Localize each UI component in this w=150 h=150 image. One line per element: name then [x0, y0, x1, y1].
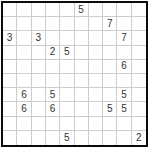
- cell-r10c5-clue: 5: [60, 131, 74, 145]
- cell-r9c8[interactable]: [103, 117, 117, 131]
- cell-r10c2[interactable]: [17, 131, 31, 145]
- cell-r10c9[interactable]: [117, 131, 131, 145]
- cell-r7c8[interactable]: [103, 88, 117, 102]
- puzzle-board: 57337256655665552: [1, 1, 148, 147]
- cell-r5c2[interactable]: [17, 60, 31, 74]
- cell-r4c1[interactable]: [3, 46, 17, 60]
- cell-r4c2[interactable]: [17, 46, 31, 60]
- cell-r4c3[interactable]: [32, 46, 46, 60]
- cell-r10c8[interactable]: [103, 131, 117, 145]
- cell-r2c1[interactable]: [3, 17, 17, 31]
- cell-r3c9-clue: 7: [117, 31, 131, 45]
- cell-r2c7[interactable]: [89, 17, 103, 31]
- cell-r7c5[interactable]: [60, 88, 74, 102]
- cell-r8c4-clue: 6: [46, 102, 60, 116]
- cell-r6c8[interactable]: [103, 74, 117, 88]
- cell-r6c3[interactable]: [32, 74, 46, 88]
- cell-r7c1[interactable]: [3, 88, 17, 102]
- cell-r5c10[interactable]: [132, 60, 146, 74]
- cell-r9c2[interactable]: [17, 117, 31, 131]
- cell-r1c10[interactable]: [132, 3, 146, 17]
- cell-r5c1[interactable]: [3, 60, 17, 74]
- cell-r2c5[interactable]: [60, 17, 74, 31]
- cell-r10c4[interactable]: [46, 131, 60, 145]
- cell-r8c3[interactable]: [32, 102, 46, 116]
- cell-r9c6[interactable]: [75, 117, 89, 131]
- cell-r3c3-clue: 3: [32, 31, 46, 45]
- cell-r9c4[interactable]: [46, 117, 60, 131]
- cell-r4c9[interactable]: [117, 46, 131, 60]
- cell-r4c5-clue: 5: [60, 46, 74, 60]
- cell-r3c8[interactable]: [103, 31, 117, 45]
- cell-r7c9-clue: 5: [117, 88, 131, 102]
- cell-r2c3[interactable]: [32, 17, 46, 31]
- cell-r6c2[interactable]: [17, 74, 31, 88]
- cell-r4c7[interactable]: [89, 46, 103, 60]
- cell-r7c4-clue: 5: [46, 88, 60, 102]
- cell-r6c6[interactable]: [75, 74, 89, 88]
- cell-r5c7[interactable]: [89, 60, 103, 74]
- cell-r3c10[interactable]: [132, 31, 146, 45]
- cell-r1c4[interactable]: [46, 3, 60, 17]
- cell-r5c4[interactable]: [46, 60, 60, 74]
- cell-r1c7[interactable]: [89, 3, 103, 17]
- cell-r6c4[interactable]: [46, 74, 60, 88]
- cell-r8c2-clue: 6: [17, 102, 31, 116]
- cell-r1c1[interactable]: [3, 3, 17, 17]
- page: 57337256655665552: [0, 0, 150, 150]
- cell-r1c2[interactable]: [17, 3, 31, 17]
- cell-r9c9[interactable]: [117, 117, 131, 131]
- cell-r7c3[interactable]: [32, 88, 46, 102]
- cell-r7c6[interactable]: [75, 88, 89, 102]
- cell-r3c1-clue: 3: [3, 31, 17, 45]
- cell-r1c9[interactable]: [117, 3, 131, 17]
- cell-r8c1[interactable]: [3, 102, 17, 116]
- cell-r8c8-clue: 5: [103, 102, 117, 116]
- cell-r5c8[interactable]: [103, 60, 117, 74]
- cell-r9c1[interactable]: [3, 117, 17, 131]
- cell-r3c5[interactable]: [60, 31, 74, 45]
- cell-r2c9[interactable]: [117, 17, 131, 31]
- cell-r8c6[interactable]: [75, 102, 89, 116]
- cell-r5c3[interactable]: [32, 60, 46, 74]
- cell-r10c3[interactable]: [32, 131, 46, 145]
- cell-r3c7[interactable]: [89, 31, 103, 45]
- cell-r10c10-clue: 2: [132, 131, 146, 145]
- cell-r9c5[interactable]: [60, 117, 74, 131]
- cell-r3c4[interactable]: [46, 31, 60, 45]
- cell-r6c9[interactable]: [117, 74, 131, 88]
- cell-r4c10[interactable]: [132, 46, 146, 60]
- cell-r7c7[interactable]: [89, 88, 103, 102]
- cell-r5c9-clue: 6: [117, 60, 131, 74]
- cell-r9c3[interactable]: [32, 117, 46, 131]
- cell-r4c8[interactable]: [103, 46, 117, 60]
- cell-r8c5[interactable]: [60, 102, 74, 116]
- cell-r4c4-clue: 2: [46, 46, 60, 60]
- cell-r1c3[interactable]: [32, 3, 46, 17]
- cell-r1c8[interactable]: [103, 3, 117, 17]
- cell-r8c10[interactable]: [132, 102, 146, 116]
- cell-r2c8-clue: 7: [103, 17, 117, 31]
- cell-r3c6[interactable]: [75, 31, 89, 45]
- cell-r7c2-clue: 6: [17, 88, 31, 102]
- cell-r1c6-clue: 5: [75, 3, 89, 17]
- cell-r5c5[interactable]: [60, 60, 74, 74]
- cell-r10c6[interactable]: [75, 131, 89, 145]
- cell-r3c2[interactable]: [17, 31, 31, 45]
- cell-r2c6[interactable]: [75, 17, 89, 31]
- cell-r6c5[interactable]: [60, 74, 74, 88]
- cell-r8c7[interactable]: [89, 102, 103, 116]
- cell-r1c5[interactable]: [60, 3, 74, 17]
- cell-r6c1[interactable]: [3, 74, 17, 88]
- cell-r10c7[interactable]: [89, 131, 103, 145]
- cell-r2c2[interactable]: [17, 17, 31, 31]
- cell-r9c10[interactable]: [132, 117, 146, 131]
- cell-r6c10[interactable]: [132, 74, 146, 88]
- cell-r7c10[interactable]: [132, 88, 146, 102]
- cell-r2c4[interactable]: [46, 17, 60, 31]
- cell-r9c7[interactable]: [89, 117, 103, 131]
- cell-r5c6[interactable]: [75, 60, 89, 74]
- cell-r10c1[interactable]: [3, 131, 17, 145]
- cell-r2c10[interactable]: [132, 17, 146, 31]
- cell-r6c7[interactable]: [89, 74, 103, 88]
- cell-r4c6[interactable]: [75, 46, 89, 60]
- cell-r8c9-clue: 5: [117, 102, 131, 116]
